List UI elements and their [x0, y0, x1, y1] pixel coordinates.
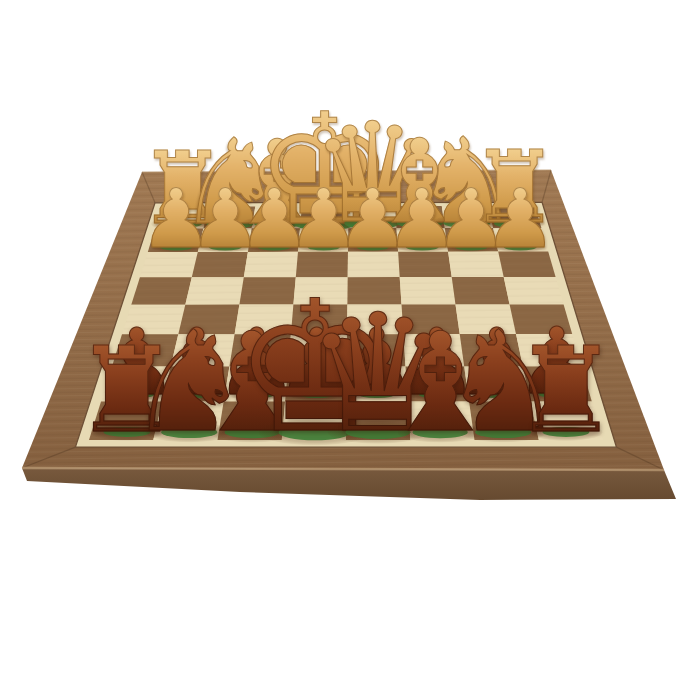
piece-black-rook[interactable]: ♜: [513, 332, 619, 450]
piece-white-pawn[interactable]: ♟: [484, 177, 557, 259]
chess-set-photo: ♜♞♝♚♛♝♞♜♟♟♟♟♟♟♟♟♟♟♟♟♟♟♟♟♜♞♝♚♛♝♞♜: [0, 0, 700, 700]
